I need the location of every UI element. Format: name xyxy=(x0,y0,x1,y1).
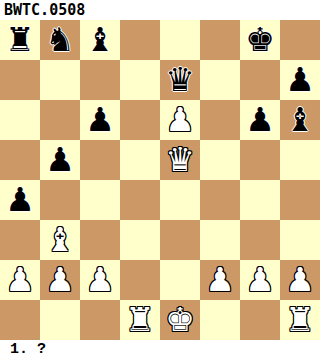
square-h2[interactable]: ♟ xyxy=(280,260,320,300)
square-a6[interactable] xyxy=(0,100,40,140)
square-e8[interactable] xyxy=(160,20,200,60)
white-pawn-icon: ♟ xyxy=(205,260,235,300)
square-g2[interactable]: ♟ xyxy=(240,260,280,300)
white-rook-icon: ♜ xyxy=(125,300,155,340)
square-h8[interactable] xyxy=(280,20,320,60)
square-c3[interactable] xyxy=(80,220,120,260)
square-f4[interactable] xyxy=(200,180,240,220)
square-f6[interactable] xyxy=(200,100,240,140)
black-knight-icon: ♞ xyxy=(45,20,75,60)
black-pawn-icon: ♟ xyxy=(285,60,315,100)
square-a1[interactable] xyxy=(0,300,40,340)
square-h6[interactable]: ♝ xyxy=(280,100,320,140)
square-h5[interactable] xyxy=(280,140,320,180)
white-pawn-icon: ♟ xyxy=(85,260,115,300)
square-e1[interactable]: ♚ xyxy=(160,300,200,340)
chess-board: ♜♞♝♚♛♟♟♟♟♝♟♛♟♝♟♟♟♟♟♟♜♚♜ xyxy=(0,20,320,340)
square-a7[interactable] xyxy=(0,60,40,100)
square-f3[interactable] xyxy=(200,220,240,260)
square-h7[interactable]: ♟ xyxy=(280,60,320,100)
square-c6[interactable]: ♟ xyxy=(80,100,120,140)
square-e2[interactable] xyxy=(160,260,200,300)
white-pawn-icon: ♟ xyxy=(285,260,315,300)
square-h3[interactable] xyxy=(280,220,320,260)
square-e3[interactable] xyxy=(160,220,200,260)
square-d3[interactable] xyxy=(120,220,160,260)
square-d5[interactable] xyxy=(120,140,160,180)
chess-diagram-window: BWTC.0508 ♜♞♝♚♛♟♟♟♟♝♟♛♟♝♟♟♟♟♟♟♜♚♜ 1. ? xyxy=(0,0,320,360)
square-a8[interactable]: ♜ xyxy=(0,20,40,60)
move-prompt: 1. ? xyxy=(0,340,320,360)
square-d8[interactable] xyxy=(120,20,160,60)
white-pawn-icon: ♟ xyxy=(165,100,195,140)
square-b3[interactable]: ♝ xyxy=(40,220,80,260)
square-g7[interactable] xyxy=(240,60,280,100)
square-e5[interactable]: ♛ xyxy=(160,140,200,180)
square-c8[interactable]: ♝ xyxy=(80,20,120,60)
square-d7[interactable] xyxy=(120,60,160,100)
square-a2[interactable]: ♟ xyxy=(0,260,40,300)
black-king-icon: ♚ xyxy=(245,20,275,60)
black-rook-icon: ♜ xyxy=(5,20,35,60)
white-pawn-icon: ♟ xyxy=(5,260,35,300)
square-g5[interactable] xyxy=(240,140,280,180)
black-queen-icon: ♛ xyxy=(165,60,195,100)
square-b1[interactable] xyxy=(40,300,80,340)
black-bishop-icon: ♝ xyxy=(285,100,315,140)
square-c2[interactable]: ♟ xyxy=(80,260,120,300)
square-b6[interactable] xyxy=(40,100,80,140)
square-f1[interactable] xyxy=(200,300,240,340)
square-g6[interactable]: ♟ xyxy=(240,100,280,140)
square-d2[interactable] xyxy=(120,260,160,300)
square-d1[interactable]: ♜ xyxy=(120,300,160,340)
white-bishop-icon: ♝ xyxy=(45,220,75,260)
white-king-icon: ♚ xyxy=(165,300,195,340)
square-b5[interactable]: ♟ xyxy=(40,140,80,180)
square-b2[interactable]: ♟ xyxy=(40,260,80,300)
square-h4[interactable] xyxy=(280,180,320,220)
square-h1[interactable]: ♜ xyxy=(280,300,320,340)
square-g4[interactable] xyxy=(240,180,280,220)
white-pawn-icon: ♟ xyxy=(45,260,75,300)
square-f8[interactable] xyxy=(200,20,240,60)
square-d6[interactable] xyxy=(120,100,160,140)
black-bishop-icon: ♝ xyxy=(85,20,115,60)
white-queen-icon: ♛ xyxy=(165,140,195,180)
square-a4[interactable]: ♟ xyxy=(0,180,40,220)
square-c7[interactable] xyxy=(80,60,120,100)
black-pawn-icon: ♟ xyxy=(245,100,275,140)
square-e7[interactable]: ♛ xyxy=(160,60,200,100)
square-b4[interactable] xyxy=(40,180,80,220)
square-b8[interactable]: ♞ xyxy=(40,20,80,60)
black-pawn-icon: ♟ xyxy=(45,140,75,180)
white-rook-icon: ♜ xyxy=(285,300,315,340)
square-g8[interactable]: ♚ xyxy=(240,20,280,60)
page-title: BWTC.0508 xyxy=(0,0,320,20)
square-f5[interactable] xyxy=(200,140,240,180)
square-e6[interactable]: ♟ xyxy=(160,100,200,140)
square-c4[interactable] xyxy=(80,180,120,220)
square-c5[interactable] xyxy=(80,140,120,180)
square-g3[interactable] xyxy=(240,220,280,260)
square-g1[interactable] xyxy=(240,300,280,340)
square-f7[interactable] xyxy=(200,60,240,100)
white-pawn-icon: ♟ xyxy=(245,260,275,300)
square-e4[interactable] xyxy=(160,180,200,220)
square-c1[interactable] xyxy=(80,300,120,340)
square-a3[interactable] xyxy=(0,220,40,260)
square-f2[interactable]: ♟ xyxy=(200,260,240,300)
black-pawn-icon: ♟ xyxy=(5,180,35,220)
black-pawn-icon: ♟ xyxy=(85,100,115,140)
square-d4[interactable] xyxy=(120,180,160,220)
square-b7[interactable] xyxy=(40,60,80,100)
square-a5[interactable] xyxy=(0,140,40,180)
